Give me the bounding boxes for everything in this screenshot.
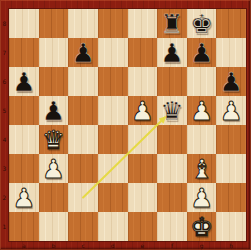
square-h3[interactable] [216,154,246,183]
file-label-b: b [39,241,69,250]
piece-white-pawn[interactable]: ♟ [128,96,158,125]
square-h5[interactable]: ♟ [216,96,246,125]
file-label-g: g [187,241,217,250]
square-e8[interactable] [128,9,158,38]
file-label-d: d [98,241,128,250]
square-a3[interactable] [9,154,39,183]
square-d5[interactable] [98,96,128,125]
rank-label-7: 7 [0,38,9,67]
square-f5[interactable]: ♛ [157,96,187,125]
square-h8[interactable] [216,9,246,38]
square-a2[interactable]: ♟ [9,183,39,212]
square-h1[interactable] [216,212,246,241]
rank-label-5: 5 [0,96,9,125]
square-b5[interactable]: ♟ [39,96,69,125]
square-e2[interactable] [128,183,158,212]
square-g2[interactable]: ♟ [187,183,217,212]
square-f4[interactable] [157,125,187,154]
rank-label-3: 3 [0,154,9,183]
square-c6[interactable] [68,67,98,96]
rank-label-4: 4 [0,125,9,154]
square-g5[interactable]: ♟ [187,96,217,125]
rank-label-6: 6 [0,67,9,96]
piece-black-rook[interactable]: ♜ [157,9,187,38]
piece-black-pawn[interactable]: ♟ [157,38,187,67]
file-label-e: e [128,241,158,250]
piece-white-bishop[interactable]: ♝ [187,154,217,183]
square-g6[interactable] [187,67,217,96]
square-d4[interactable] [98,125,128,154]
square-e5[interactable]: ♟ [128,96,158,125]
rank-label-2: 2 [0,183,9,212]
square-a5[interactable] [9,96,39,125]
square-b2[interactable] [39,183,69,212]
square-e7[interactable] [128,38,158,67]
piece-black-pawn[interactable]: ♟ [216,67,246,96]
square-a6[interactable]: ♟ [9,67,39,96]
square-f1[interactable] [157,212,187,241]
chessboard-frame: ♜♚♟♟♟♟♟♟♟♛♟♟♛♟♝♟♟♚ 87654321 abcdefgh [0,0,251,250]
square-g7[interactable]: ♟ [187,38,217,67]
piece-black-queen[interactable]: ♛ [157,96,187,125]
square-d8[interactable] [98,9,128,38]
square-a8[interactable] [9,9,39,38]
square-e6[interactable] [128,67,158,96]
piece-white-queen[interactable]: ♛ [39,125,69,154]
square-g1[interactable]: ♚ [187,212,217,241]
file-label-f: f [157,241,187,250]
square-g3[interactable]: ♝ [187,154,217,183]
piece-black-pawn[interactable]: ♟ [68,38,98,67]
square-h4[interactable] [216,125,246,154]
square-c4[interactable] [68,125,98,154]
square-c5[interactable] [68,96,98,125]
square-c3[interactable] [68,154,98,183]
square-h2[interactable] [216,183,246,212]
square-b7[interactable] [39,38,69,67]
square-b6[interactable] [39,67,69,96]
chessboard: ♜♚♟♟♟♟♟♟♟♛♟♟♛♟♝♟♟♚ [9,9,246,241]
rank-label-8: 8 [0,9,9,38]
square-d3[interactable] [98,154,128,183]
square-c1[interactable] [68,212,98,241]
piece-black-king[interactable]: ♚ [187,9,217,38]
piece-white-pawn[interactable]: ♟ [187,96,217,125]
square-d1[interactable] [98,212,128,241]
square-b8[interactable] [39,9,69,38]
square-a7[interactable] [9,38,39,67]
square-c2[interactable] [68,183,98,212]
square-b1[interactable] [39,212,69,241]
file-label-h: h [216,241,246,250]
piece-white-pawn[interactable]: ♟ [216,96,246,125]
square-f8[interactable]: ♜ [157,9,187,38]
square-b3[interactable]: ♟ [39,154,69,183]
rank-labels: 87654321 [0,9,9,241]
piece-white-pawn[interactable]: ♟ [187,183,217,212]
file-labels: abcdefgh [9,241,246,250]
piece-black-pawn[interactable]: ♟ [187,38,217,67]
file-label-c: c [68,241,98,250]
square-a4[interactable] [9,125,39,154]
square-e1[interactable] [128,212,158,241]
file-label-a: a [9,241,39,250]
square-h6[interactable]: ♟ [216,67,246,96]
square-f7[interactable]: ♟ [157,38,187,67]
piece-white-pawn[interactable]: ♟ [39,154,69,183]
square-d6[interactable] [98,67,128,96]
piece-black-pawn[interactable]: ♟ [9,67,39,96]
rank-label-1: 1 [0,212,9,241]
square-e4[interactable] [128,125,158,154]
square-g4[interactable] [187,125,217,154]
square-f2[interactable] [157,183,187,212]
piece-white-king[interactable]: ♚ [187,212,217,241]
square-b4[interactable]: ♛ [39,125,69,154]
piece-black-pawn[interactable]: ♟ [39,96,69,125]
square-g8[interactable]: ♚ [187,9,217,38]
piece-white-pawn[interactable]: ♟ [9,183,39,212]
square-c8[interactable] [68,9,98,38]
square-h7[interactable] [216,38,246,67]
square-c7[interactable]: ♟ [68,38,98,67]
square-e3[interactable] [128,154,158,183]
square-a1[interactable] [9,212,39,241]
square-d2[interactable] [98,183,128,212]
square-f6[interactable] [157,67,187,96]
square-d7[interactable] [98,38,128,67]
square-f3[interactable] [157,154,187,183]
